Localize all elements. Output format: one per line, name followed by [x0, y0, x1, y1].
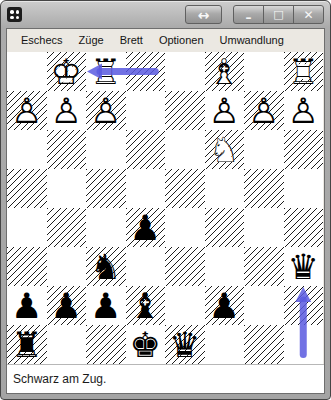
- black-pawn[interactable]: ♟: [126, 208, 166, 247]
- menu-zuege[interactable]: Züge: [71, 31, 112, 49]
- square-f2[interactable]: ♟♙: [86, 91, 126, 130]
- square-c7[interactable]: ♟: [205, 286, 245, 325]
- square-h5[interactable]: [7, 208, 47, 247]
- black-queen[interactable]: ♛: [165, 325, 205, 364]
- square-g3[interactable]: [47, 130, 87, 169]
- app-icon[interactable]: [7, 7, 22, 22]
- square-e4[interactable]: [126, 169, 166, 208]
- square-c2[interactable]: ♟♙: [205, 91, 245, 130]
- square-a2[interactable]: ♟♙: [284, 91, 324, 130]
- square-a5[interactable]: [284, 208, 324, 247]
- app-window: ↔ – □ ✕ Eschecs Züge Brett Optionen Umwa…: [0, 0, 331, 400]
- square-e5[interactable]: ♟: [126, 208, 166, 247]
- square-h7[interactable]: ♟: [7, 286, 47, 325]
- white-pawn[interactable]: ♙: [284, 91, 324, 130]
- black-rook[interactable]: ♜: [7, 325, 47, 364]
- square-c3[interactable]: ♞♘: [205, 130, 245, 169]
- square-a3[interactable]: [284, 130, 324, 169]
- black-knight[interactable]: ♞: [86, 247, 126, 286]
- flip-board-button[interactable]: ↔: [185, 5, 222, 24]
- minimize-button[interactable]: –: [233, 5, 264, 24]
- square-b7[interactable]: [244, 286, 284, 325]
- square-b3[interactable]: [244, 130, 284, 169]
- square-c5[interactable]: [205, 208, 245, 247]
- square-e2[interactable]: [126, 91, 166, 130]
- square-g2[interactable]: ♟♙: [47, 91, 87, 130]
- black-bishop[interactable]: ♝: [126, 286, 166, 325]
- client-area: Eschecs Züge Brett Optionen Umwandlung ♚…: [6, 28, 325, 394]
- square-d7[interactable]: [165, 286, 205, 325]
- square-a8[interactable]: [284, 325, 324, 364]
- square-d8[interactable]: ♛: [165, 325, 205, 364]
- black-pawn[interactable]: ♟: [7, 286, 47, 325]
- icon-dot: [16, 16, 20, 20]
- square-g8[interactable]: [47, 325, 87, 364]
- square-h3[interactable]: [7, 130, 47, 169]
- black-pawn[interactable]: ♟: [205, 286, 245, 325]
- square-e8[interactable]: ♚: [126, 325, 166, 364]
- white-pawn[interactable]: ♙: [86, 91, 126, 130]
- status-bar: Schwarz am Zug.: [7, 364, 324, 393]
- square-c4[interactable]: [205, 169, 245, 208]
- icon-dot: [16, 10, 20, 14]
- square-g4[interactable]: [47, 169, 87, 208]
- white-pawn[interactable]: ♙: [47, 91, 87, 130]
- square-b6[interactable]: [244, 247, 284, 286]
- menu-bar: Eschecs Züge Brett Optionen Umwandlung: [7, 29, 324, 51]
- square-g7[interactable]: ♟: [47, 286, 87, 325]
- square-f4[interactable]: [86, 169, 126, 208]
- square-d6[interactable]: [165, 247, 205, 286]
- square-g6[interactable]: [47, 247, 87, 286]
- white-pawn[interactable]: ♙: [205, 91, 245, 130]
- square-a4[interactable]: [284, 169, 324, 208]
- square-g1[interactable]: ♚♔: [47, 52, 87, 91]
- square-d4[interactable]: [165, 169, 205, 208]
- window-control-group: – □ ✕: [233, 5, 324, 24]
- menu-umwandlung[interactable]: Umwandlung: [212, 31, 292, 49]
- white-rook[interactable]: ♖: [284, 52, 324, 91]
- window-frame: Eschecs Züge Brett Optionen Umwandlung ♚…: [1, 28, 330, 399]
- square-d1[interactable]: [165, 52, 205, 91]
- chess-board: ♚♔♜♖♝♗♜♖♟♙♟♙♟♙♟♙♟♙♟♙♞♘♟♞♛♟♟♟♝♟♜♚♛: [7, 52, 323, 364]
- square-a1[interactable]: ♜♖: [284, 52, 324, 91]
- square-d3[interactable]: [165, 130, 205, 169]
- square-e1[interactable]: [126, 52, 166, 91]
- white-knight[interactable]: ♘: [205, 130, 245, 169]
- board-squares: ♚♔♜♖♝♗♜♖♟♙♟♙♟♙♟♙♟♙♟♙♞♘♟♞♛♟♟♟♝♟♜♚♛: [7, 52, 323, 364]
- black-pawn[interactable]: ♟: [47, 286, 87, 325]
- square-d5[interactable]: [165, 208, 205, 247]
- menu-brett[interactable]: Brett: [112, 31, 151, 49]
- menu-optionen[interactable]: Optionen: [151, 31, 212, 49]
- square-h2[interactable]: ♟♙: [7, 91, 47, 130]
- square-c8[interactable]: [205, 325, 245, 364]
- square-a6[interactable]: ♛: [284, 247, 324, 286]
- square-f8[interactable]: [86, 325, 126, 364]
- square-f1[interactable]: ♜♖: [86, 52, 126, 91]
- status-text: Schwarz am Zug.: [13, 372, 106, 386]
- square-d2[interactable]: [165, 91, 205, 130]
- menu-eschecs[interactable]: Eschecs: [13, 31, 71, 49]
- black-pawn[interactable]: ♟: [86, 286, 126, 325]
- close-button[interactable]: ✕: [293, 5, 324, 24]
- icon-dot: [10, 16, 14, 20]
- maximize-button[interactable]: □: [263, 5, 294, 24]
- square-b2[interactable]: ♟♙: [244, 91, 284, 130]
- white-pawn[interactable]: ♙: [244, 91, 284, 130]
- minimize-icon: –: [246, 11, 252, 25]
- flip-arrows-icon: ↔: [198, 7, 210, 23]
- maximize-icon: □: [273, 8, 283, 21]
- square-b1[interactable]: [244, 52, 284, 91]
- square-h1[interactable]: [7, 52, 47, 91]
- black-king[interactable]: ♚: [126, 325, 166, 364]
- square-c1[interactable]: ♝♗: [205, 52, 245, 91]
- square-c6[interactable]: [205, 247, 245, 286]
- square-f5[interactable]: [86, 208, 126, 247]
- white-rook[interactable]: ♖: [86, 52, 126, 91]
- close-icon: ✕: [303, 8, 313, 22]
- white-king[interactable]: ♔: [47, 52, 87, 91]
- square-b4[interactable]: [244, 169, 284, 208]
- black-queen[interactable]: ♛: [284, 247, 324, 286]
- square-h4[interactable]: [7, 169, 47, 208]
- icon-dot: [10, 10, 14, 14]
- square-f7[interactable]: ♟: [86, 286, 126, 325]
- white-bishop[interactable]: ♗: [205, 52, 245, 91]
- square-h8[interactable]: ♜: [7, 325, 47, 364]
- square-f6[interactable]: ♞: [86, 247, 126, 286]
- square-e7[interactable]: ♝: [126, 286, 166, 325]
- square-b5[interactable]: [244, 208, 284, 247]
- square-a7[interactable]: [284, 286, 324, 325]
- square-e3[interactable]: [126, 130, 166, 169]
- square-b8[interactable]: [244, 325, 284, 364]
- square-f3[interactable]: [86, 130, 126, 169]
- white-pawn[interactable]: ♙: [7, 91, 47, 130]
- square-g5[interactable]: [47, 208, 87, 247]
- title-bar[interactable]: ↔ – □ ✕: [1, 1, 330, 28]
- square-h6[interactable]: [7, 247, 47, 286]
- square-e6[interactable]: [126, 247, 166, 286]
